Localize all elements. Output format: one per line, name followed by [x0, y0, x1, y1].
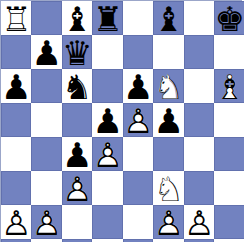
piece-white-bishop[interactable]: ♝♗ [214, 70, 244, 104]
square-f8[interactable]: ♝ [153, 1, 183, 35]
square-h3[interactable] [214, 171, 244, 205]
square-d7[interactable] [92, 35, 122, 69]
square-g5[interactable] [184, 103, 214, 137]
square-b8[interactable] [31, 1, 61, 35]
piece-black-pawn[interactable]: ♟ [62, 138, 92, 172]
square-d8[interactable]: ♜ [92, 1, 122, 35]
square-c7[interactable]: ♛ [62, 35, 92, 69]
square-f7[interactable] [153, 35, 183, 69]
piece-black-bishop[interactable]: ♝ [62, 2, 92, 36]
square-g2[interactable]: ♟♙ [184, 205, 214, 239]
piece-white-rook[interactable]: ♜♖ [1, 2, 31, 36]
square-g7[interactable] [184, 35, 214, 69]
piece-glyph: ♟ [1, 67, 31, 107]
piece-white-pawn[interactable]: ♟♙ [184, 206, 214, 240]
piece-white-pawn[interactable]: ♟♙ [31, 206, 61, 240]
square-c2[interactable] [62, 205, 92, 239]
square-d2[interactable] [92, 205, 122, 239]
square-b2[interactable]: ♟♙ [31, 205, 61, 239]
square-h5[interactable] [214, 103, 244, 137]
piece-black-rook[interactable]: ♜ [92, 2, 122, 36]
square-g8[interactable] [184, 1, 214, 35]
piece-black-pawn[interactable]: ♟ [153, 104, 183, 138]
square-h4[interactable] [214, 137, 244, 171]
piece-glyph: ♝ [153, 0, 183, 39]
square-d6[interactable] [92, 69, 122, 103]
square-b6[interactable] [31, 69, 61, 103]
piece-glyph-outline: ♔ [184, 237, 214, 242]
piece-glyph-outline: ♙ [123, 101, 153, 141]
square-e8[interactable] [123, 1, 153, 35]
square-a3[interactable] [1, 171, 31, 205]
square-f5[interactable]: ♟ [153, 103, 183, 137]
chess-board: ♜♖♝♜♝♚♟♛♟♞♟♞♘♝♗♟♟♙♟♟♟♙♟♙♞♘♟♙♟♙♟♙♟♙♜♖♛♕♜♖… [0, 0, 242, 242]
square-a2[interactable]: ♟♙ [1, 205, 31, 239]
piece-white-pawn[interactable]: ♟♙ [62, 172, 92, 206]
square-d4[interactable]: ♟♙ [92, 137, 122, 171]
piece-glyph-outline: ♖ [123, 237, 153, 242]
square-b7[interactable]: ♟ [31, 35, 61, 69]
piece-white-knight[interactable]: ♞♘ [153, 70, 183, 104]
square-f2[interactable]: ♟♙ [153, 205, 183, 239]
square-c8[interactable]: ♝ [62, 1, 92, 35]
square-c4[interactable]: ♟ [62, 137, 92, 171]
piece-white-pawn[interactable]: ♟♙ [92, 138, 122, 172]
piece-black-pawn[interactable]: ♟ [123, 70, 153, 104]
square-h7[interactable] [214, 35, 244, 69]
square-a8[interactable]: ♜♖ [1, 1, 31, 35]
square-g4[interactable] [184, 137, 214, 171]
square-a4[interactable] [1, 137, 31, 171]
piece-glyph-outline: ♙ [92, 135, 122, 175]
square-e5[interactable]: ♟♙ [123, 103, 153, 137]
square-h8[interactable]: ♚ [214, 1, 244, 35]
piece-white-pawn[interactable]: ♟♙ [123, 104, 153, 138]
square-e4[interactable] [123, 137, 153, 171]
square-c3[interactable]: ♟♙ [62, 171, 92, 205]
square-f3[interactable]: ♞♘ [153, 171, 183, 205]
square-e2[interactable] [123, 205, 153, 239]
square-g6[interactable] [184, 69, 214, 103]
piece-glyph-outline: ♖ [1, 0, 31, 39]
square-b5[interactable] [31, 103, 61, 137]
piece-black-pawn[interactable]: ♟ [31, 36, 61, 70]
piece-black-knight[interactable]: ♞ [62, 70, 92, 104]
piece-glyph-outline: ♗ [214, 67, 244, 107]
square-g3[interactable] [184, 171, 214, 205]
piece-glyph: ♚ [214, 0, 244, 39]
piece-glyph-outline: ♙ [153, 203, 183, 242]
piece-black-bishop[interactable]: ♝ [153, 2, 183, 36]
piece-white-knight[interactable]: ♞♘ [153, 172, 183, 206]
piece-white-pawn[interactable]: ♟♙ [1, 206, 31, 240]
piece-white-pawn[interactable]: ♟♙ [153, 206, 183, 240]
piece-glyph-outline: ♙ [31, 203, 61, 242]
piece-glyph: ♟ [31, 33, 61, 73]
piece-glyph-outline: ♖ [1, 237, 31, 242]
square-b3[interactable] [31, 171, 61, 205]
piece-glyph: ♞ [62, 67, 92, 107]
piece-glyph-outline: ♕ [62, 237, 92, 242]
piece-glyph-outline: ♙ [62, 169, 92, 209]
piece-glyph: ♟ [153, 101, 183, 141]
square-b4[interactable] [31, 137, 61, 171]
square-f4[interactable] [153, 137, 183, 171]
square-a7[interactable] [1, 35, 31, 69]
piece-black-pawn[interactable]: ♟ [92, 104, 122, 138]
square-e3[interactable] [123, 171, 153, 205]
square-d5[interactable]: ♟ [92, 103, 122, 137]
piece-glyph: ♜ [92, 0, 122, 39]
square-c6[interactable]: ♞ [62, 69, 92, 103]
square-e6[interactable]: ♟ [123, 69, 153, 103]
square-c5[interactable] [62, 103, 92, 137]
square-d3[interactable] [92, 171, 122, 205]
piece-black-pawn[interactable]: ♟ [1, 70, 31, 104]
square-e7[interactable] [123, 35, 153, 69]
piece-black-queen[interactable]: ♛ [62, 36, 92, 70]
square-h2[interactable] [214, 205, 244, 239]
square-f6[interactable]: ♞♘ [153, 69, 183, 103]
square-h6[interactable]: ♝♗ [214, 69, 244, 103]
square-a6[interactable]: ♟ [1, 69, 31, 103]
square-a5[interactable] [1, 103, 31, 137]
piece-black-king[interactable]: ♚ [214, 2, 244, 36]
